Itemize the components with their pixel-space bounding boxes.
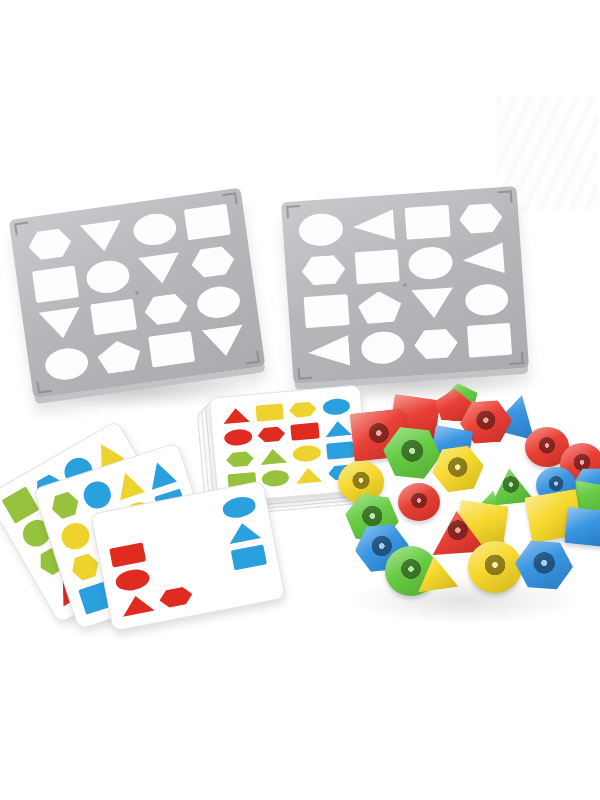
corner-mark	[244, 351, 260, 365]
triangle-down-cutout	[201, 323, 248, 360]
shape-board-right	[281, 186, 529, 384]
circle-cutout	[298, 212, 344, 247]
hexagon-cutout	[143, 291, 190, 328]
square-cutout	[304, 294, 350, 329]
green-square-card-shape	[2, 487, 39, 524]
hexagon-cutout	[458, 201, 504, 236]
circle-cutout	[43, 345, 90, 382]
red-circle-card-shape	[224, 428, 253, 446]
square-cutout	[32, 266, 79, 303]
blue-triangle-up-card-shape	[144, 457, 178, 491]
corner-mark	[498, 190, 513, 203]
hexagon-cutout	[26, 226, 73, 263]
yellow-circle-card-shape	[292, 444, 321, 462]
red-square-card-shape	[109, 542, 146, 568]
red-hexagon-card-shape	[257, 425, 286, 443]
pentagon-cutout	[96, 338, 143, 375]
red-triangle-up-card-shape	[119, 592, 156, 618]
square-cutout	[354, 249, 400, 284]
card-empty-cell	[196, 577, 233, 603]
green-triangle-up-card-shape	[259, 447, 288, 465]
corner-mark	[509, 352, 524, 365]
card-empty-cell	[153, 560, 190, 586]
yellow-circle-card-shape	[58, 519, 92, 553]
yellow-square-card-shape	[255, 403, 284, 421]
circle-cutout	[131, 211, 178, 248]
circle-cutout	[195, 283, 242, 320]
corner-mark	[298, 367, 313, 380]
triangle-left-cutout	[461, 242, 507, 277]
blue-triangle-up-card-shape	[225, 519, 262, 545]
yellow-hexagon-card-shape	[288, 400, 317, 418]
square-cutout	[467, 323, 513, 358]
triangle-down-cutout	[137, 251, 184, 288]
triangle-left-cutout	[351, 209, 397, 244]
corner-mark	[286, 205, 301, 218]
corner-mark	[14, 221, 30, 235]
card-empty-cell	[143, 509, 180, 535]
circle-cutout	[84, 258, 131, 295]
square-cutout	[90, 298, 137, 335]
yellow-circle-block	[468, 541, 522, 593]
blue-hexagon-block	[513, 537, 574, 593]
circle-cutout	[407, 245, 453, 280]
red-circle-card-shape	[114, 567, 151, 593]
green-hexagon-card-shape	[226, 450, 255, 468]
square-cutout	[148, 331, 195, 368]
card-empty-cell	[182, 502, 219, 528]
pentagon-cutout	[357, 290, 403, 325]
card-empty-cell	[104, 517, 141, 543]
card-empty-cell	[187, 527, 224, 553]
card-empty-cell	[148, 534, 185, 560]
triangle-down-cutout	[79, 218, 126, 255]
square-cutout	[184, 204, 231, 241]
square-cutout	[405, 205, 451, 240]
blue-square-card-shape	[230, 544, 267, 570]
hexagon-cutout	[413, 327, 459, 362]
blue-circle-card-shape	[80, 478, 114, 512]
green-circle-card-shape	[261, 469, 290, 487]
circle-cutout	[464, 282, 510, 317]
blue-circle-card-shape	[221, 494, 258, 520]
red-triangle-up-card-shape	[222, 406, 251, 424]
center-pin	[403, 283, 407, 287]
shape-board-left	[9, 188, 266, 399]
yellow-triangle-up-card-shape	[112, 468, 146, 502]
red-square-card-shape	[290, 422, 319, 440]
card-empty-cell	[192, 552, 229, 578]
center-pin	[135, 291, 140, 296]
blue-square-block	[564, 507, 600, 547]
shape-blocks-pile	[330, 383, 596, 617]
triangle-down-cutout	[410, 286, 456, 321]
circle-cutout	[360, 330, 406, 365]
product-photo	[0, 0, 600, 800]
corner-mark	[222, 192, 238, 206]
corner-mark	[36, 380, 52, 394]
triangle-down-cutout	[38, 306, 85, 343]
red-circle-block	[398, 483, 440, 521]
triangle-left-cutout	[306, 334, 352, 369]
card-empty-cell	[235, 569, 272, 595]
green-hexagon-card-shape	[48, 488, 82, 522]
yellow-triangle-up-card-shape	[294, 466, 323, 484]
red-hexagon-card-shape	[158, 585, 195, 611]
hexagon-cutout	[301, 253, 347, 288]
hexagon-cutout	[189, 244, 236, 281]
